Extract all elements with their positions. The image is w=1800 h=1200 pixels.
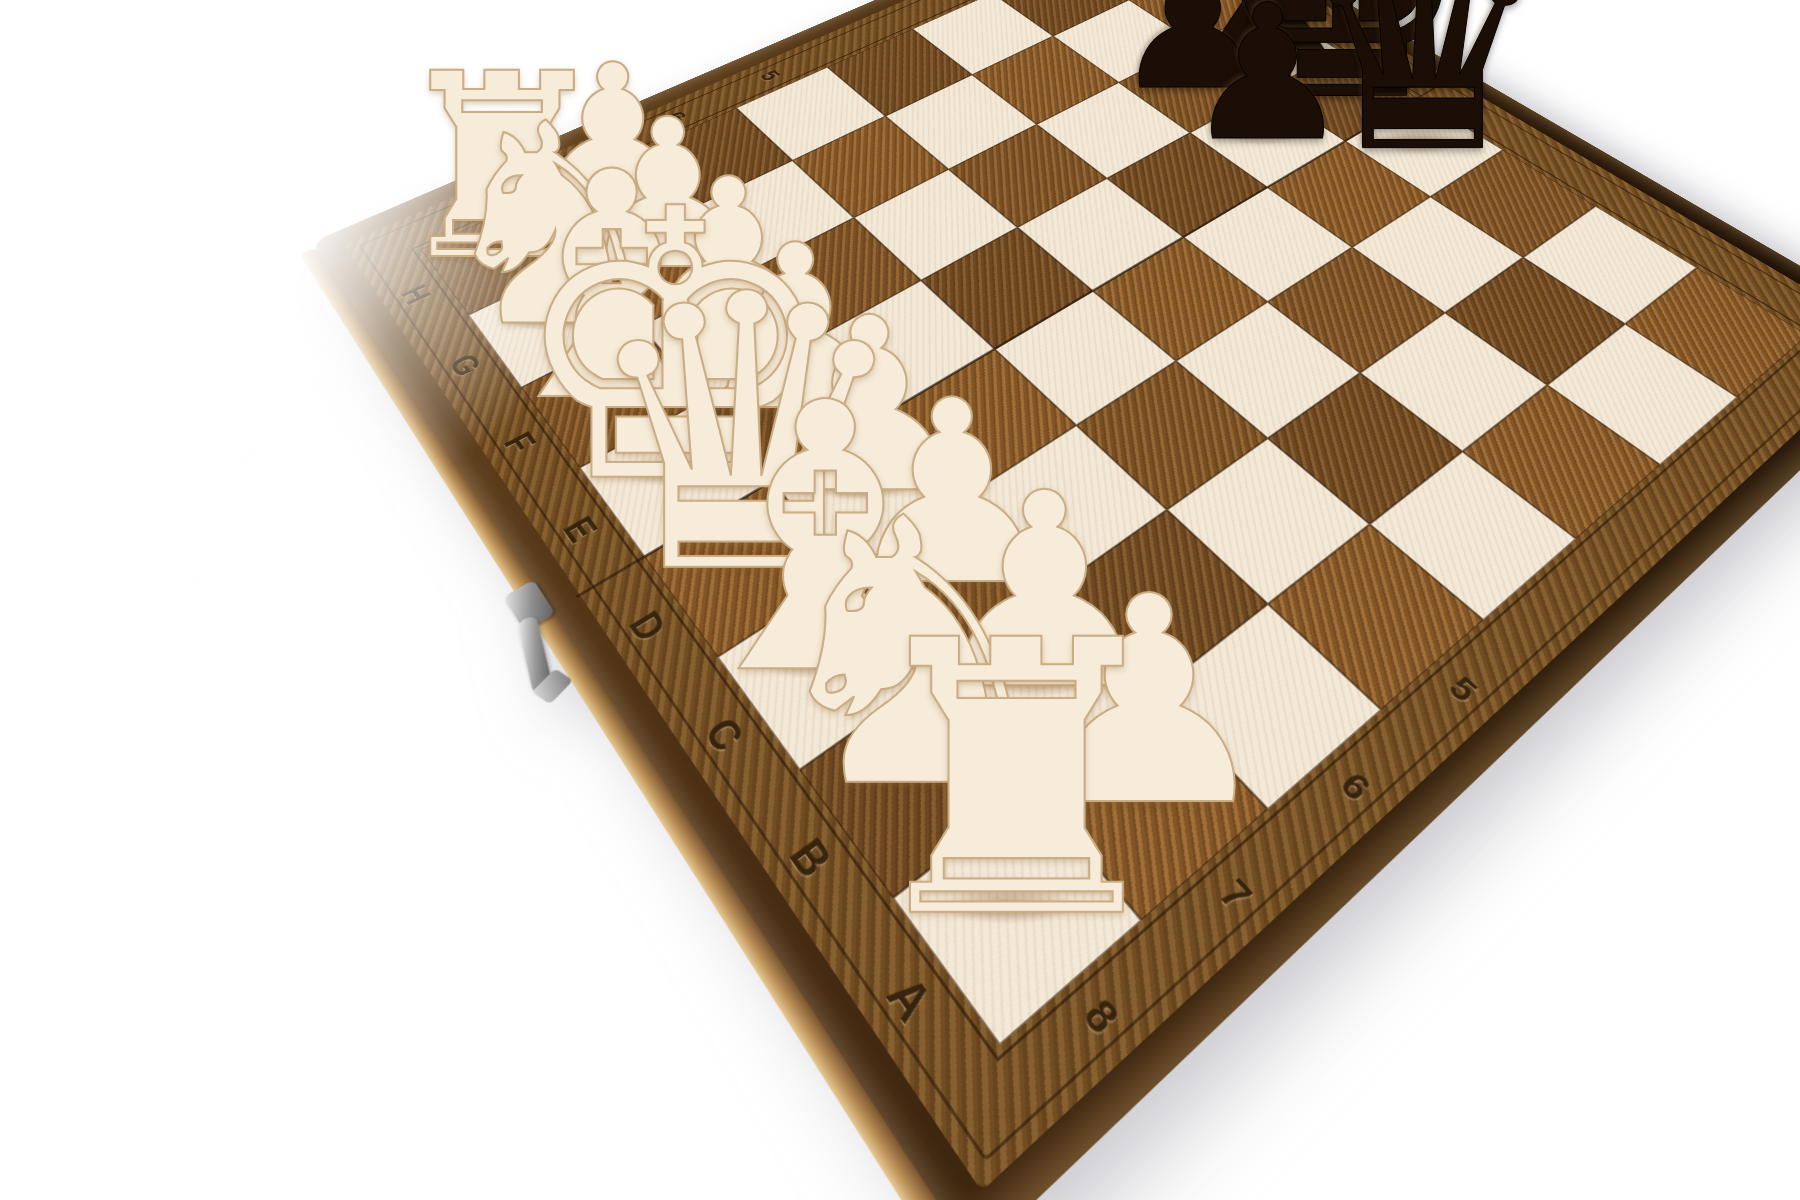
- chessboard-photo: HGFEDCBA88776655 ♝♟♚♟♛♟♜♟♞♟♝♟♚♟♛♟♝♟♞♟♜: [0, 0, 1800, 1200]
- white-rook-a8: ♜: [847, 592, 1186, 970]
- black-queen-d1: ♛: [1296, 0, 1552, 191]
